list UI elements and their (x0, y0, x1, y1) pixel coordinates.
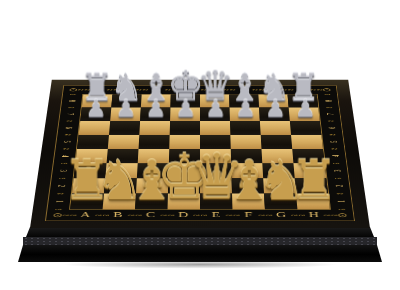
board-frame: ♜♞♝♚♛♝♞♜♟♟♟♟♟♟♟♟♟♟♟♟♟♟♟♟♜♞♝♚♛♝♞♜ ABCDEFG… (30, 80, 370, 228)
square-f6[interactable] (230, 121, 261, 135)
square-h6[interactable] (290, 121, 322, 135)
square-h7[interactable]: ♟ (289, 108, 320, 121)
square-g6[interactable] (260, 121, 291, 135)
photo-canvas: ♜♞♝♚♛♝♞♜♟♟♟♟♟♟♟♟♟♟♟♟♟♟♟♟♜♞♝♚♛♝♞♜ ABCDEFG… (0, 0, 400, 290)
board-squares: ♜♞♝♚♛♝♞♜♟♟♟♟♟♟♟♟♟♟♟♟♟♟♟♟♜♞♝♚♛♝♞♜ (70, 94, 330, 209)
square-g5[interactable] (261, 135, 293, 149)
square-a6[interactable] (79, 121, 111, 135)
board-base-inset (23, 237, 377, 245)
square-b5[interactable] (108, 135, 140, 149)
board-side-edge (26, 227, 374, 237)
square-c6[interactable] (139, 121, 170, 135)
piece-silver-pawn-h7[interactable]: ♟ (276, 97, 334, 121)
chessboard: ♜♞♝♚♛♝♞♜♟♟♟♟♟♟♟♟♟♟♟♟♟♟♟♟♜♞♝♚♛♝♞♜ ABCDEFG… (30, 80, 370, 228)
piece-gold-rook-h1[interactable]: ♜ (282, 153, 345, 208)
square-h5[interactable] (291, 135, 323, 149)
board-shadow (24, 261, 376, 271)
square-d6[interactable] (170, 121, 200, 135)
square-b6[interactable] (109, 121, 140, 135)
square-h1[interactable]: ♜ (296, 194, 330, 210)
square-e6[interactable] (200, 121, 230, 135)
board-base-platform (18, 245, 382, 262)
square-a5[interactable] (77, 135, 109, 149)
